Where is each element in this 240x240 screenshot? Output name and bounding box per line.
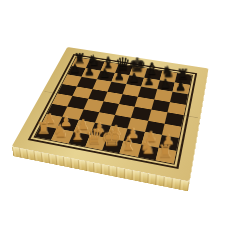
square-a1: ♜	[35, 125, 57, 140]
square-d1: ♛	[85, 134, 107, 150]
square-c7: ♟	[96, 70, 114, 81]
board-inlay-frame: ♜♞♝♛♚♝♞♜♟♟♟♟♟♟♟♟♟♟♟♟♟♟♟♟♜♞♝♛♚♝♞♜	[28, 54, 197, 169]
board-grid: ♜♞♝♛♚♝♞♜♟♟♟♟♟♟♟♟♟♟♟♟♟♟♟♟♜♞♝♛♚♝♞♜	[33, 57, 193, 165]
square-g8: ♞	[159, 71, 176, 82]
square-b2: ♟	[57, 117, 78, 131]
chess-board: ♜♞♝♛♚♝♞♜♟♟♟♟♟♟♟♟♟♟♟♟♟♟♟♟♜♞♝♛♚♝♞♜	[12, 47, 209, 181]
square-b1: ♞	[51, 128, 73, 143]
chess-set-photo: ♜♞♝♛♚♝♞♜♟♟♟♟♟♟♟♟♟♟♟♟♟♟♟♟♜♞♝♛♚♝♞♜	[0, 0, 240, 240]
square-c1: ♝	[68, 131, 90, 146]
square-h1: ♜	[155, 147, 176, 163]
square-h6	[170, 92, 188, 105]
clasp-hinge	[199, 120, 200, 127]
square-c5	[88, 89, 107, 102]
square-h4	[164, 112, 183, 126]
